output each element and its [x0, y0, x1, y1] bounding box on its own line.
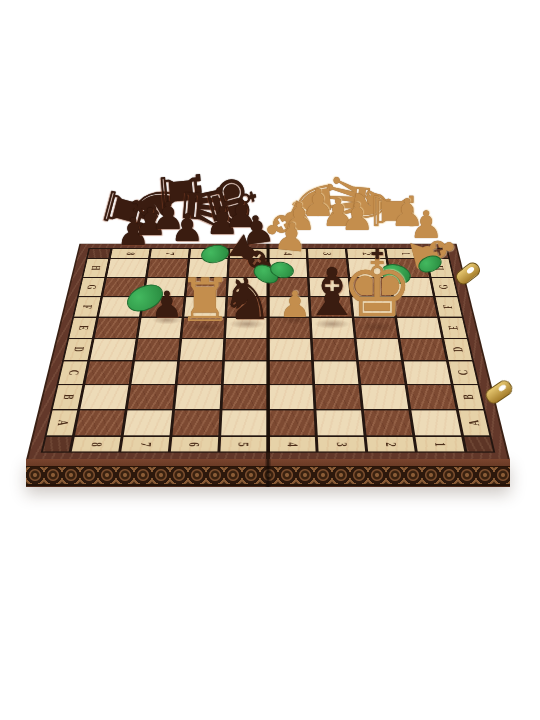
coordinate-label: G — [438, 285, 451, 290]
coordinate-cell: E — [440, 318, 467, 338]
coordinate-cell: D — [444, 339, 472, 360]
board-square — [411, 411, 461, 436]
board-square — [269, 339, 311, 360]
frame-corner — [464, 437, 493, 451]
board-square — [90, 339, 135, 360]
coordinate-cell: A — [459, 411, 489, 436]
board-square — [269, 362, 312, 384]
coordinate-label: 1 — [432, 442, 447, 446]
board-square — [408, 385, 456, 409]
coordinate-label: 2 — [383, 442, 398, 446]
coordinate-cell: B — [454, 385, 483, 409]
board-square — [269, 385, 313, 409]
coordinate-label: F — [81, 305, 94, 309]
coordinate-cell: G — [432, 278, 457, 296]
board-square — [175, 385, 221, 409]
board-square — [95, 318, 139, 338]
coordinate-label: 8 — [88, 442, 103, 446]
board-square — [85, 362, 132, 384]
coordinate-cell: C — [449, 362, 478, 384]
coordinate-cell: 5 — [220, 437, 266, 451]
product-photo-stage: 87654321 HGFEDCBA HGFEDCBA 87654321 ♜♞♜♛… — [0, 0, 540, 720]
chess-piece-dark-pawn: ♟ — [170, 209, 204, 247]
coordinate-cell: A — [47, 411, 77, 436]
coordinate-label: 4 — [285, 442, 300, 446]
coordinate-label: C — [456, 370, 471, 375]
board-square — [317, 411, 364, 436]
coordinate-label: C — [66, 370, 81, 375]
board-square — [315, 385, 361, 409]
board-square — [80, 385, 128, 409]
coordinate-label: 6 — [187, 442, 202, 446]
coordinate-label: D — [71, 347, 85, 352]
coordinate-cell: 7 — [150, 249, 188, 258]
coordinate-cell: C — [59, 362, 88, 384]
frame-corner — [88, 249, 111, 258]
coordinate-label: F — [442, 305, 455, 309]
coordinate-cell: 8 — [72, 437, 121, 451]
coordinate-cell: 2 — [367, 437, 415, 451]
board-square — [180, 339, 223, 360]
board-square — [221, 411, 267, 436]
coordinate-cell: E — [69, 318, 96, 338]
board-square — [359, 362, 405, 384]
coordinate-cell: 1 — [416, 437, 465, 451]
frame-corner — [43, 437, 72, 451]
board-square — [313, 339, 356, 360]
board-square — [404, 362, 451, 384]
coordinate-cell: D — [64, 339, 92, 360]
fold-seam-front — [265, 459, 271, 487]
coordinate-label: 5 — [236, 442, 251, 446]
board-square — [128, 385, 175, 409]
coordinate-label: E — [76, 325, 90, 329]
chess-piece-light-pawn: ♟ — [272, 216, 310, 257]
board-square — [400, 339, 445, 360]
coordinate-cell: 6 — [171, 437, 218, 451]
coordinate-cell: B — [53, 385, 82, 409]
coordinate-cell: F — [436, 297, 462, 316]
coordinate-label: B — [60, 395, 75, 400]
board-square — [135, 339, 179, 360]
coordinate-cell: F — [74, 297, 100, 316]
coordinate-label: E — [446, 325, 460, 329]
coordinate-label: G — [85, 285, 98, 290]
coordinate-label: H — [89, 266, 102, 270]
chess-piece-light-pawn: ♟ — [340, 198, 374, 236]
board-square — [225, 339, 267, 360]
coordinate-label: 7 — [163, 252, 175, 255]
coordinate-label: A — [54, 420, 70, 426]
board-square — [364, 411, 412, 436]
board-square — [357, 339, 401, 360]
board-square — [177, 362, 221, 384]
coordinate-cell: 3 — [318, 437, 365, 451]
coordinate-label: 7 — [138, 442, 153, 446]
board-square — [172, 411, 219, 436]
coordinate-cell: H — [83, 259, 108, 276]
board-square — [131, 362, 177, 384]
coordinate-label: B — [461, 395, 476, 400]
coordinate-label: D — [451, 347, 465, 352]
board-square — [269, 411, 315, 436]
board-square — [75, 411, 125, 436]
coordinate-cell: 7 — [121, 437, 169, 451]
board-square — [314, 362, 358, 384]
chess-set-scene: 87654321 HGFEDCBA HGFEDCBA 87654321 ♜♞♜♛… — [0, 0, 540, 720]
chess-piece-dark-king-cross-finial: ✚ — [371, 247, 384, 262]
board-square — [222, 385, 266, 409]
board-square — [223, 362, 266, 384]
coordinate-label: 3 — [334, 442, 349, 446]
board-square — [362, 385, 409, 409]
chess-piece-dark-knight: ♞ — [221, 270, 273, 328]
coordinate-label: A — [466, 420, 482, 426]
coordinate-cell: 4 — [269, 437, 315, 451]
board-front-edge — [26, 459, 510, 487]
coordinate-cell: G — [79, 278, 104, 296]
board-square — [107, 259, 148, 276]
board-square — [124, 411, 172, 436]
